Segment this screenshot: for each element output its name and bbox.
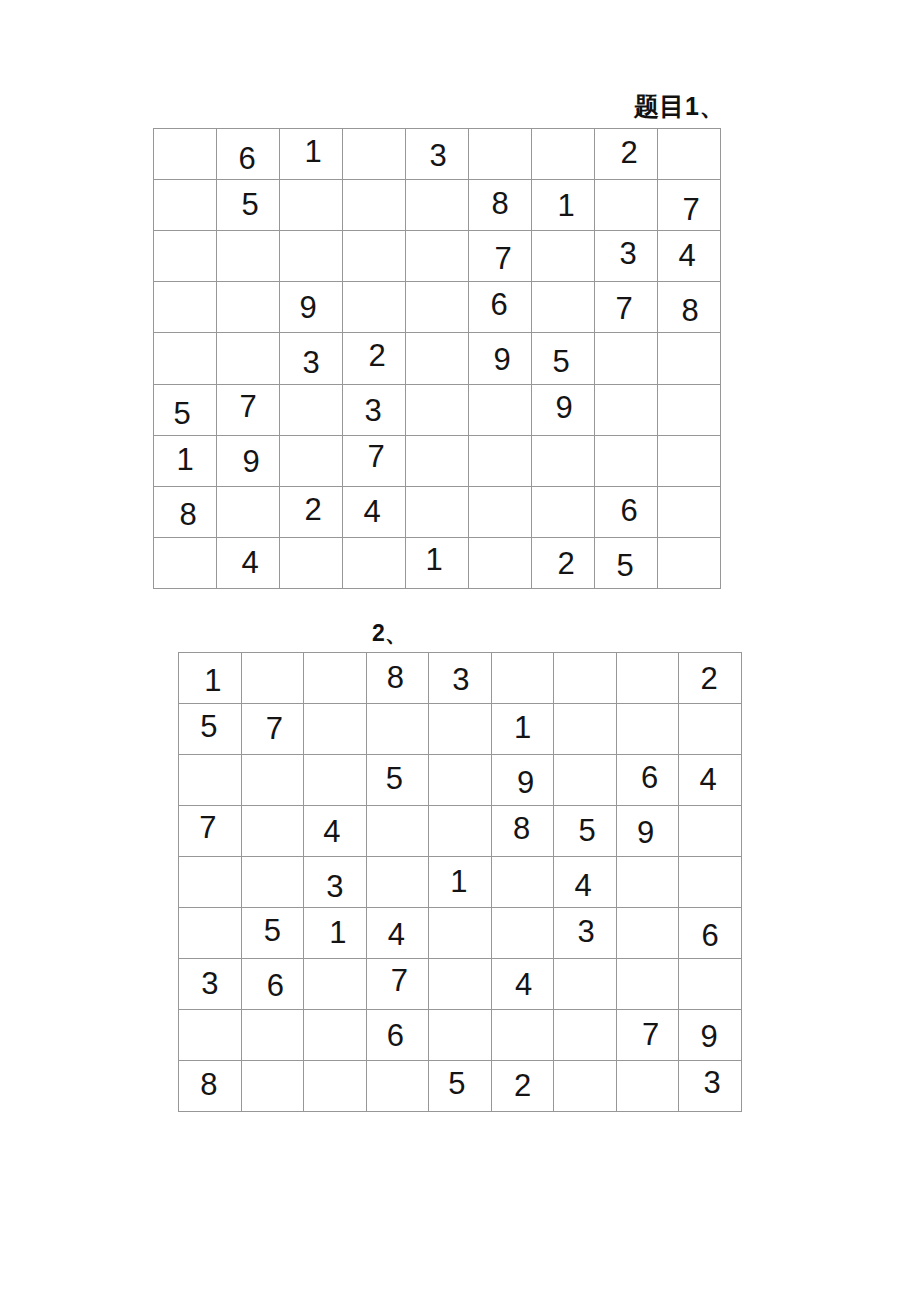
sudoku-grid-2-cell-r9c9: 3 xyxy=(679,1061,742,1112)
sudoku-grid-2-cell-r1c6 xyxy=(492,653,555,704)
sudoku-grid-2-cell-r7c1: 3 xyxy=(179,959,242,1010)
sudoku-grid-2-cell-r8c7 xyxy=(554,1010,617,1061)
sudoku-grid-2-cell-r9c8 xyxy=(617,1061,680,1112)
sudoku-grid-2-cell-r4c1: 7 xyxy=(179,806,242,857)
given-digit: 3 xyxy=(452,664,469,695)
given-digit: 3 xyxy=(326,871,343,902)
sudoku-grid-1-cell-r7c8 xyxy=(595,436,658,487)
sudoku-grid-2-cell-r6c2: 5 xyxy=(242,908,305,959)
sudoku-grid-2-cell-r4c9 xyxy=(679,806,742,857)
given-digit: 8 xyxy=(513,813,530,844)
sudoku-grid-1-cell-r2c6: 8 xyxy=(469,180,532,231)
sudoku-grid-1-cell-r7c6 xyxy=(469,436,532,487)
sudoku-grid-2-cell-r4c2 xyxy=(242,806,305,857)
sudoku-grid-1-cell-r4c9: 8 xyxy=(658,282,721,333)
sudoku-grid-2-cell-r4c5 xyxy=(429,806,492,857)
sudoku-grid-2-cell-r7c9 xyxy=(679,959,742,1010)
given-digit: 1 xyxy=(425,544,442,575)
given-digit: 5 xyxy=(241,189,258,220)
sudoku-grid-1-cell-r6c3 xyxy=(280,385,343,436)
sudoku-grid-2-cell-r9c3 xyxy=(304,1061,367,1112)
sudoku-grid-2-cell-r8c6 xyxy=(492,1010,555,1061)
sudoku-grid-2-cell-r6c7: 3 xyxy=(554,908,617,959)
sudoku-grid-1-cell-r7c4: 7 xyxy=(343,436,406,487)
sudoku-grid-1-cell-r9c3 xyxy=(280,538,343,589)
sudoku-grid-1-cell-r6c4: 3 xyxy=(343,385,406,436)
sudoku-grid-2-cell-r5c6 xyxy=(492,857,555,908)
sudoku-grid-2-cell-r2c2: 7 xyxy=(242,704,305,755)
sudoku-grid-2-cell-r9c7 xyxy=(554,1061,617,1112)
given-digit: 9 xyxy=(637,817,654,848)
sudoku-grid-2-cell-r5c8 xyxy=(617,857,680,908)
sudoku-grid-1-cell-r2c7: 1 xyxy=(532,180,595,231)
sudoku-grid-2-cell-r2c4 xyxy=(367,704,430,755)
sudoku-grid-1-cell-r5c9 xyxy=(658,333,721,384)
given-digit: 5 xyxy=(173,398,190,429)
sudoku-grid-1-cell-r1c2: 6 xyxy=(217,129,280,180)
sudoku-grid-2-cell-r7c8 xyxy=(617,959,680,1010)
sudoku-grid-1-cell-r7c2: 9 xyxy=(217,436,280,487)
sudoku-grid-2-cell-r5c2 xyxy=(242,857,305,908)
sudoku-grid-1-cell-r6c2: 7 xyxy=(217,385,280,436)
given-digit: 3 xyxy=(302,347,319,378)
sudoku-grid-1-cell-r3c8: 3 xyxy=(595,231,658,282)
given-digit: 4 xyxy=(515,969,532,1000)
sudoku-grid-1-cell-r6c5 xyxy=(406,385,469,436)
sudoku-grid-1-cell-r3c5 xyxy=(406,231,469,282)
given-digit: 1 xyxy=(204,665,221,696)
sudoku-grid-1-cell-r5c8 xyxy=(595,333,658,384)
given-digit: 7 xyxy=(494,243,511,274)
sudoku-grid-2-cell-r7c3 xyxy=(304,959,367,1010)
given-digit: 5 xyxy=(200,711,217,742)
sudoku-grid-2-cell-r1c2 xyxy=(242,653,305,704)
sudoku-grid-2-cell-r7c7 xyxy=(554,959,617,1010)
given-digit: 1 xyxy=(304,136,321,167)
given-digit: 6 xyxy=(620,495,637,526)
sudoku-grid-2-cell-r9c6: 2 xyxy=(492,1061,555,1112)
sudoku-grid-1-cell-r5c1 xyxy=(154,333,217,384)
sudoku-grid-2-cell-r3c2 xyxy=(242,755,305,806)
given-digit: 7 xyxy=(199,812,216,843)
sudoku-grid-2-cell-r1c5: 3 xyxy=(429,653,492,704)
sudoku-grid-1-cell-r8c4: 4 xyxy=(343,487,406,538)
sudoku-grid-2-cell-r1c1: 1 xyxy=(179,653,242,704)
given-digit: 9 xyxy=(242,446,259,477)
sudoku-grid-1-cell-r4c3: 9 xyxy=(280,282,343,333)
sudoku-grid-1-cell-r1c9 xyxy=(658,129,721,180)
sudoku-grid-1-cell-r3c9: 4 xyxy=(658,231,721,282)
sudoku-grid-2-cell-r7c5 xyxy=(429,959,492,1010)
sudoku-grid-2-cell-r8c5 xyxy=(429,1010,492,1061)
given-digit: 5 xyxy=(386,763,403,794)
given-digit: 7 xyxy=(266,713,283,744)
sudoku-grid-2-cell-r8c8: 7 xyxy=(617,1010,680,1061)
sudoku-grid-1-cell-r1c3: 1 xyxy=(280,129,343,180)
given-digit: 8 xyxy=(179,499,196,530)
sudoku-grid-1-cell-r4c2 xyxy=(217,282,280,333)
sudoku-grid-1-cell-r5c3: 3 xyxy=(280,333,343,384)
sudoku-grid-2-cell-r7c4: 7 xyxy=(367,959,430,1010)
given-digit: 3 xyxy=(429,140,446,171)
sudoku-grid-1-cell-r3c2 xyxy=(217,231,280,282)
given-digit: 4 xyxy=(700,764,717,795)
sudoku-grid-1-cell-r8c1: 8 xyxy=(154,487,217,538)
puzzle1-title: 题目1、 xyxy=(634,90,725,123)
sudoku-grid-1-cell-r8c2 xyxy=(217,487,280,538)
worksheet-page: 题目1、 6132581773496783295573919782464125 … xyxy=(0,0,920,1303)
sudoku-grid-2-cell-r4c6: 8 xyxy=(492,806,555,857)
given-digit: 1 xyxy=(176,444,193,475)
given-digit: 4 xyxy=(363,496,380,527)
given-digit: 2 xyxy=(304,494,321,525)
sudoku-grid-1-cell-r2c5 xyxy=(406,180,469,231)
given-digit: 7 xyxy=(367,441,384,472)
sudoku-grid-2-cell-r6c4: 4 xyxy=(367,908,430,959)
sudoku-grid-1-cell-r3c4 xyxy=(343,231,406,282)
given-digit: 6 xyxy=(702,920,719,951)
sudoku-grid-1-cell-r1c7 xyxy=(532,129,595,180)
sudoku-grid-2-cell-r2c3 xyxy=(304,704,367,755)
sudoku-grid-1-cell-r1c5: 3 xyxy=(406,129,469,180)
sudoku-grid-2-cell-r1c4: 8 xyxy=(367,653,430,704)
sudoku-grid-1-cell-r6c8 xyxy=(595,385,658,436)
given-digit: 1 xyxy=(557,190,574,221)
sudoku-grid-1-cell-r8c9 xyxy=(658,487,721,538)
sudoku-grid-2-cell-r6c6 xyxy=(492,908,555,959)
given-digit: 4 xyxy=(323,816,340,847)
sudoku-grid-2-cell-r5c5: 1 xyxy=(429,857,492,908)
given-digit: 7 xyxy=(642,1019,659,1050)
given-digit: 2 xyxy=(701,663,718,694)
given-digit: 6 xyxy=(238,143,255,174)
sudoku-grid-1-cell-r3c7 xyxy=(532,231,595,282)
sudoku-grid-1-cell-r9c7: 2 xyxy=(532,538,595,589)
puzzle2-title: 2、 xyxy=(372,618,408,649)
page: { "game": "sudoku", "document": { "puzzl… xyxy=(0,0,920,1303)
sudoku-grid-2-cell-r5c1 xyxy=(179,857,242,908)
given-digit: 8 xyxy=(491,188,508,219)
sudoku-grid-2-cell-r4c7: 5 xyxy=(554,806,617,857)
sudoku-grid-1-cell-r5c5 xyxy=(406,333,469,384)
sudoku-grid-2-cell-r8c4: 6 xyxy=(367,1010,430,1061)
sudoku-grid-1-cell-r4c4 xyxy=(343,282,406,333)
sudoku-grid-2-cell-r7c6: 4 xyxy=(492,959,555,1010)
sudoku-grid-2-cell-r7c2: 6 xyxy=(242,959,305,1010)
given-digit: 1 xyxy=(450,866,467,897)
given-digit: 1 xyxy=(514,712,531,743)
given-digit: 2 xyxy=(557,548,574,579)
sudoku-grid-2-cell-r6c1 xyxy=(179,908,242,959)
sudoku-grid-2-cell-r5c3: 3 xyxy=(304,857,367,908)
sudoku-grid-1-cell-r5c4: 2 xyxy=(343,333,406,384)
given-digit: 5 xyxy=(552,346,569,377)
sudoku-grid-2-cell-r2c7 xyxy=(554,704,617,755)
sudoku-grid-1-cell-r2c2: 5 xyxy=(217,180,280,231)
given-digit: 6 xyxy=(267,970,284,1001)
given-digit: 4 xyxy=(574,870,591,901)
given-digit: 7 xyxy=(615,293,632,324)
sudoku-grid-2-cell-r5c9 xyxy=(679,857,742,908)
given-digit: 6 xyxy=(490,289,507,320)
sudoku-grid-1-cell-r8c8: 6 xyxy=(595,487,658,538)
sudoku-grid-2-cell-r8c1 xyxy=(179,1010,242,1061)
sudoku-grid-1-cell-r9c5: 1 xyxy=(406,538,469,589)
given-digit: 4 xyxy=(241,547,258,578)
sudoku-grid-1-cell-r2c3 xyxy=(280,180,343,231)
sudoku-grid-2-cell-r9c5: 5 xyxy=(429,1061,492,1112)
sudoku-grid-2-cell-r2c6: 1 xyxy=(492,704,555,755)
given-digit: 5 xyxy=(616,550,633,581)
sudoku-grid-2-cell-r2c9 xyxy=(679,704,742,755)
sudoku-grid-1-cell-r4c6: 6 xyxy=(469,282,532,333)
sudoku-grid-1-cell-r3c3 xyxy=(280,231,343,282)
sudoku-grid-1-cell-r6c6 xyxy=(469,385,532,436)
sudoku-grid-2-cell-r4c3: 4 xyxy=(304,806,367,857)
sudoku-grid-1-cell-r6c9 xyxy=(658,385,721,436)
given-digit: 3 xyxy=(704,1067,721,1098)
sudoku-grid-1-cell-r9c9 xyxy=(658,538,721,589)
sudoku-grid-1-cell-r6c7: 9 xyxy=(532,385,595,436)
sudoku-grid-2-cell-r8c2 xyxy=(242,1010,305,1061)
given-digit: 9 xyxy=(493,344,510,375)
sudoku-grid-2-cell-r6c5 xyxy=(429,908,492,959)
sudoku-grid-2-cell-r6c8 xyxy=(617,908,680,959)
sudoku-grid-2-cell-r4c4 xyxy=(367,806,430,857)
sudoku-grid-1-cell-r5c6: 9 xyxy=(469,333,532,384)
given-digit: 7 xyxy=(682,194,699,225)
sudoku-grid-2: 18325715964748593145143636746798523 xyxy=(178,652,742,1112)
sudoku-grid-1-cell-r9c8: 5 xyxy=(595,538,658,589)
sudoku-grid-1-cell-r2c4 xyxy=(343,180,406,231)
given-digit: 6 xyxy=(641,762,658,793)
sudoku-grid-1-cell-r7c5 xyxy=(406,436,469,487)
sudoku-grid-1-cell-r4c7 xyxy=(532,282,595,333)
sudoku-grid-2-cell-r1c8 xyxy=(617,653,680,704)
given-digit: 9 xyxy=(701,1021,718,1052)
sudoku-grid-1-cell-r1c1 xyxy=(154,129,217,180)
sudoku-grid-1-cell-r8c7 xyxy=(532,487,595,538)
sudoku-grid-1-cell-r3c1 xyxy=(154,231,217,282)
sudoku-grid-1-cell-r1c6 xyxy=(469,129,532,180)
sudoku-grid-2-cell-r1c7 xyxy=(554,653,617,704)
sudoku-grid-2-cell-r8c9: 9 xyxy=(679,1010,742,1061)
sudoku-grid-2-cell-r6c9: 6 xyxy=(679,908,742,959)
sudoku-grid-2-cell-r9c2 xyxy=(242,1061,305,1112)
sudoku-grid-2-cell-r3c9: 4 xyxy=(679,755,742,806)
given-digit: 7 xyxy=(391,965,408,996)
sudoku-grid-2-cell-r3c8: 6 xyxy=(617,755,680,806)
sudoku-grid-2-cell-r6c3: 1 xyxy=(304,908,367,959)
sudoku-grid-2-cell-r9c4 xyxy=(367,1061,430,1112)
sudoku-grid-2-cell-r3c6: 9 xyxy=(492,755,555,806)
sudoku-grid-2-cell-r4c8: 9 xyxy=(617,806,680,857)
given-digit: 4 xyxy=(388,919,405,950)
given-digit: 5 xyxy=(448,1068,465,1099)
sudoku-grid-2-cell-r5c7: 4 xyxy=(554,857,617,908)
given-digit: 2 xyxy=(620,137,637,168)
sudoku-grid-1-cell-r9c6 xyxy=(469,538,532,589)
sudoku-grid-2-cell-r2c5 xyxy=(429,704,492,755)
given-digit: 8 xyxy=(387,662,404,693)
sudoku-grid-2-cell-r3c4: 5 xyxy=(367,755,430,806)
given-digit: 9 xyxy=(299,292,316,323)
sudoku-grid-2-cell-r5c4 xyxy=(367,857,430,908)
sudoku-grid-1-cell-r5c7: 5 xyxy=(532,333,595,384)
sudoku-grid-2-cell-r3c1 xyxy=(179,755,242,806)
sudoku-grid-1-cell-r2c9: 7 xyxy=(658,180,721,231)
given-digit: 2 xyxy=(514,1070,531,1101)
given-digit: 4 xyxy=(678,240,695,271)
sudoku-grid-2-cell-r3c5 xyxy=(429,755,492,806)
sudoku-grid-2-cell-r1c3 xyxy=(304,653,367,704)
given-digit: 3 xyxy=(577,916,594,947)
sudoku-grid-1-cell-r9c2: 4 xyxy=(217,538,280,589)
sudoku-grid-2-cell-r2c1: 5 xyxy=(179,704,242,755)
given-digit: 1 xyxy=(329,917,346,948)
sudoku-grid-1-cell-r7c7 xyxy=(532,436,595,487)
sudoku-grid-1-cell-r3c6: 7 xyxy=(469,231,532,282)
sudoku-grid-2-cell-r3c7 xyxy=(554,755,617,806)
given-digit: 8 xyxy=(200,1069,217,1100)
sudoku-grid-1-cell-r4c8: 7 xyxy=(595,282,658,333)
sudoku-grid-2-cell-r2c8 xyxy=(617,704,680,755)
sudoku-grid-1-cell-r8c6 xyxy=(469,487,532,538)
sudoku-grid-1-cell-r2c8 xyxy=(595,180,658,231)
given-digit: 2 xyxy=(368,340,385,371)
given-digit: 3 xyxy=(619,238,636,269)
given-digit: 9 xyxy=(555,392,572,423)
sudoku-grid-1-cell-r5c2 xyxy=(217,333,280,384)
given-digit: 8 xyxy=(681,295,698,326)
given-digit: 3 xyxy=(201,968,218,999)
given-digit: 7 xyxy=(239,391,256,422)
sudoku-grid-1-cell-r8c5 xyxy=(406,487,469,538)
sudoku-grid-1-cell-r7c9 xyxy=(658,436,721,487)
given-digit: 6 xyxy=(387,1020,404,1051)
sudoku-grid-2-cell-r8c3 xyxy=(304,1010,367,1061)
sudoku-grid-2-cell-r3c3 xyxy=(304,755,367,806)
sudoku-grid-2-cell-r1c9: 2 xyxy=(679,653,742,704)
sudoku-grid-1-cell-r7c1: 1 xyxy=(154,436,217,487)
sudoku-grid-1-cell-r4c5 xyxy=(406,282,469,333)
given-digit: 5 xyxy=(264,915,281,946)
sudoku-grid-1-cell-r9c1 xyxy=(154,538,217,589)
sudoku-grid-1-cell-r6c1: 5 xyxy=(154,385,217,436)
sudoku-grid-2-cell-r9c1: 8 xyxy=(179,1061,242,1112)
given-digit: 9 xyxy=(517,767,534,798)
given-digit: 3 xyxy=(364,395,381,426)
sudoku-grid-1-cell-r4c1 xyxy=(154,282,217,333)
sudoku-grid-1-cell-r1c8: 2 xyxy=(595,129,658,180)
sudoku-grid-1-cell-r9c4 xyxy=(343,538,406,589)
sudoku-grid-1-cell-r8c3: 2 xyxy=(280,487,343,538)
sudoku-grid-1: 6132581773496783295573919782464125 xyxy=(153,128,721,589)
sudoku-grid-1-cell-r2c1 xyxy=(154,180,217,231)
given-digit: 5 xyxy=(578,815,595,846)
sudoku-grid-1-cell-r1c4 xyxy=(343,129,406,180)
sudoku-grid-1-cell-r7c3 xyxy=(280,436,343,487)
